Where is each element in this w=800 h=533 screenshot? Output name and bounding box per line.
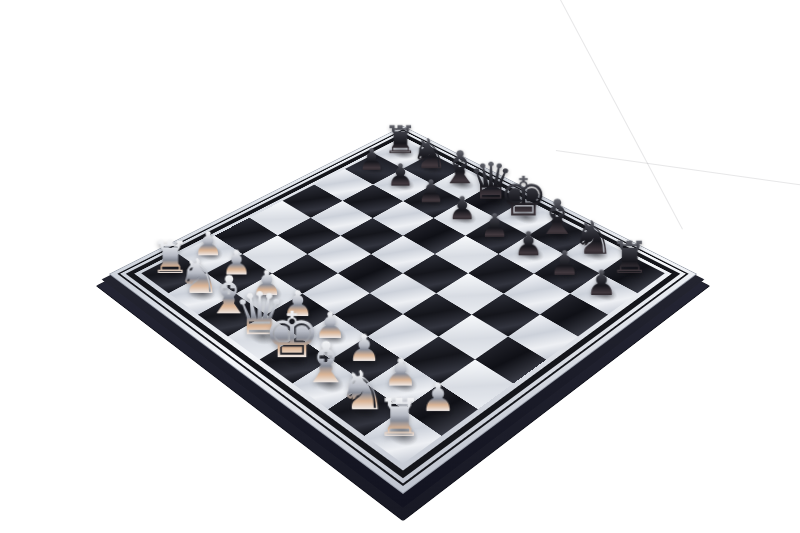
pinstripe-frame-outer: ♜♞♝♛♚♝♞♜♟♟♟♟♟♟♟♟♟♟♟♟♟♟♟♟♜♞♝♛♚♝♞♜ — [117, 129, 688, 486]
board-grid: ♜♞♝♛♚♝♞♜♟♟♟♟♟♟♟♟♟♟♟♟♟♟♟♟♜♞♝♛♚♝♞♜ — [141, 139, 665, 464]
square-h1[interactable]: ♜ — [364, 409, 441, 464]
chess-board: ♜♞♝♛♚♝♞♜♟♟♟♟♟♟♟♟♟♟♟♟♟♟♟♟♜♞♝♛♚♝♞♜ — [109, 126, 697, 494]
white-rook-glyph: ♜ — [347, 392, 453, 444]
board-mirror-top: ♜♞♝♛♚♝♞♜♟♟♟♟♟♟♟♟♟♟♟♟♟♟♟♟♜♞♝♛♚♝♞♜ — [109, 126, 697, 494]
square-h5[interactable] — [508, 314, 578, 359]
pinstripe-frame-inner: ♜♞♝♛♚♝♞♜♟♟♟♟♟♟♟♟♟♟♟♟♟♟♟♟♜♞♝♛♚♝♞♜ — [126, 133, 680, 478]
backdrop-seam-line — [556, 150, 800, 187]
product-photo-stage: ♜♞♝♛♚♝♞♜♟♟♟♟♟♟♟♟♟♟♟♟♟♟♟♟♜♞♝♛♚♝♞♜ — [0, 0, 800, 533]
